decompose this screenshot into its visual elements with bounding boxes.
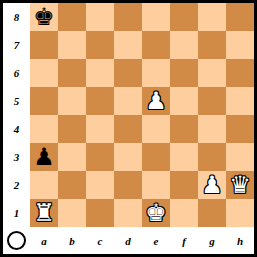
square-a5[interactable] <box>30 87 58 115</box>
file-label-d: d <box>114 227 142 254</box>
file-label-h: h <box>226 227 254 254</box>
rank-labels: 87654321 <box>3 3 30 227</box>
square-c3[interactable] <box>86 143 114 171</box>
square-b7[interactable] <box>58 31 86 59</box>
square-d3[interactable] <box>114 143 142 171</box>
chess-diagram: 87654321 ♚♟♟♟♛♜♚ abcdefgh <box>0 0 257 257</box>
file-label-b: b <box>58 227 86 254</box>
white-king[interactable]: ♚ <box>145 199 167 227</box>
square-f2[interactable] <box>170 171 198 199</box>
square-b3[interactable] <box>58 143 86 171</box>
square-g7[interactable] <box>198 31 226 59</box>
square-f1[interactable] <box>170 199 198 227</box>
file-labels: abcdefgh <box>30 227 254 254</box>
square-e2[interactable] <box>142 171 170 199</box>
file-label-f: f <box>170 227 198 254</box>
square-f3[interactable] <box>170 143 198 171</box>
square-f4[interactable] <box>170 115 198 143</box>
square-h7[interactable] <box>226 31 254 59</box>
square-a6[interactable] <box>30 59 58 87</box>
square-h2[interactable]: ♛ <box>226 171 254 199</box>
square-h4[interactable] <box>226 115 254 143</box>
square-c6[interactable] <box>86 59 114 87</box>
square-a4[interactable] <box>30 115 58 143</box>
square-b2[interactable] <box>58 171 86 199</box>
file-label-a: a <box>30 227 58 254</box>
rank-label-7: 7 <box>3 31 30 59</box>
white-to-move-indicator <box>7 231 26 250</box>
square-a1[interactable]: ♜ <box>30 199 58 227</box>
square-a8[interactable]: ♚ <box>30 3 58 31</box>
square-f7[interactable] <box>170 31 198 59</box>
white-rook[interactable]: ♜ <box>33 199 55 227</box>
square-h3[interactable] <box>226 143 254 171</box>
rank-label-3: 3 <box>3 143 30 171</box>
square-f5[interactable] <box>170 87 198 115</box>
square-h5[interactable] <box>226 87 254 115</box>
corner-gutter <box>3 227 30 254</box>
square-e5[interactable]: ♟ <box>142 87 170 115</box>
square-e1[interactable]: ♚ <box>142 199 170 227</box>
square-e6[interactable] <box>142 59 170 87</box>
square-c2[interactable] <box>86 171 114 199</box>
square-g5[interactable] <box>198 87 226 115</box>
square-e7[interactable] <box>142 31 170 59</box>
rank-label-6: 6 <box>3 59 30 87</box>
rank-label-5: 5 <box>3 87 30 115</box>
square-h6[interactable] <box>226 59 254 87</box>
square-g1[interactable] <box>198 199 226 227</box>
square-a3[interactable]: ♟ <box>30 143 58 171</box>
file-label-e: e <box>142 227 170 254</box>
square-g6[interactable] <box>198 59 226 87</box>
square-d8[interactable] <box>114 3 142 31</box>
square-d6[interactable] <box>114 59 142 87</box>
rank-label-1: 1 <box>3 199 30 227</box>
rank-label-8: 8 <box>3 3 30 31</box>
square-a7[interactable] <box>30 31 58 59</box>
square-f8[interactable] <box>170 3 198 31</box>
square-c1[interactable] <box>86 199 114 227</box>
square-d1[interactable] <box>114 199 142 227</box>
square-d7[interactable] <box>114 31 142 59</box>
square-f6[interactable] <box>170 59 198 87</box>
square-c8[interactable] <box>86 3 114 31</box>
square-e4[interactable] <box>142 115 170 143</box>
square-c4[interactable] <box>86 115 114 143</box>
square-g3[interactable] <box>198 143 226 171</box>
square-h8[interactable] <box>226 3 254 31</box>
chess-board: ♚♟♟♟♛♜♚ <box>30 3 254 227</box>
square-g4[interactable] <box>198 115 226 143</box>
rank-label-4: 4 <box>3 115 30 143</box>
square-c5[interactable] <box>86 87 114 115</box>
black-king[interactable]: ♚ <box>33 3 55 31</box>
square-g8[interactable] <box>198 3 226 31</box>
square-d4[interactable] <box>114 115 142 143</box>
square-h1[interactable] <box>226 199 254 227</box>
file-label-c: c <box>86 227 114 254</box>
square-b4[interactable] <box>58 115 86 143</box>
square-b5[interactable] <box>58 87 86 115</box>
square-g2[interactable]: ♟ <box>198 171 226 199</box>
white-pawn[interactable]: ♟ <box>145 87 167 115</box>
rank-label-2: 2 <box>3 171 30 199</box>
square-b6[interactable] <box>58 59 86 87</box>
file-label-g: g <box>198 227 226 254</box>
white-pawn[interactable]: ♟ <box>201 171 223 199</box>
square-b8[interactable] <box>58 3 86 31</box>
square-e8[interactable] <box>142 3 170 31</box>
square-d5[interactable] <box>114 87 142 115</box>
square-d2[interactable] <box>114 171 142 199</box>
black-pawn[interactable]: ♟ <box>33 143 55 171</box>
square-e3[interactable] <box>142 143 170 171</box>
square-a2[interactable] <box>30 171 58 199</box>
square-b1[interactable] <box>58 199 86 227</box>
white-queen[interactable]: ♛ <box>229 171 251 199</box>
square-c7[interactable] <box>86 31 114 59</box>
